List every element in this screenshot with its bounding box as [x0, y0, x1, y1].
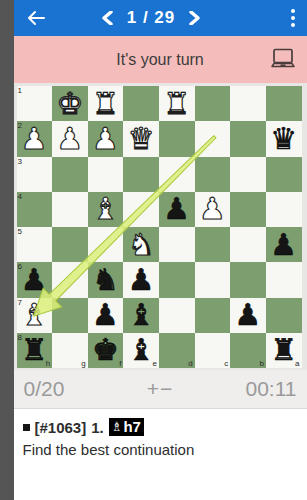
white-queen-e2: ♛ — [123, 121, 159, 156]
square-g2[interactable]: ♟ — [52, 121, 88, 156]
white-rook-d1: ♜ — [159, 86, 195, 121]
square-f4[interactable]: ♝ — [88, 192, 124, 227]
square-g5[interactable] — [52, 227, 88, 262]
square-g6[interactable] — [52, 262, 88, 297]
file-label-g: g — [81, 359, 85, 368]
move-square-text: h7 — [123, 418, 141, 435]
file-label-h: h — [46, 359, 50, 368]
rank-label-3: 3 — [18, 157, 22, 166]
white-rook-f1: ♜ — [88, 86, 124, 121]
square-a1[interactable] — [266, 86, 302, 121]
back-icon[interactable] — [26, 10, 46, 26]
file-label-c: c — [224, 359, 228, 368]
square-a4[interactable] — [266, 192, 302, 227]
white-pawn-g2: ♟ — [52, 121, 88, 156]
puzzle-list-grid-icon[interactable] — [257, 10, 273, 26]
square-e5[interactable]: ♞ — [123, 227, 159, 262]
file-label-e: e — [153, 359, 157, 368]
instruction-text: Find the best continuation — [23, 441, 298, 458]
black-pawn-a5: ♟ — [266, 227, 302, 262]
black-pawn-d4: ♟ — [159, 192, 195, 227]
square-a6[interactable] — [266, 262, 302, 297]
square-f6[interactable]: ♞ — [88, 262, 124, 297]
square-b8[interactable]: b — [230, 333, 266, 368]
square-h1[interactable]: 1 — [17, 86, 53, 121]
square-h7[interactable]: 7♝ — [17, 298, 53, 333]
rank-label-7: 7 — [18, 298, 22, 307]
square-d7[interactable] — [159, 298, 195, 333]
square-a2[interactable]: ♛ — [266, 121, 302, 156]
caption-area: [#1063] 1. ♗ h7 Find the best continuati… — [14, 409, 307, 500]
puzzle-counter: 1 / 29 — [127, 8, 176, 28]
square-c8[interactable]: c — [195, 333, 231, 368]
rank-label-8: 8 — [18, 333, 22, 342]
turn-banner-text: It's your turn — [116, 51, 204, 69]
square-d6[interactable] — [159, 262, 195, 297]
square-e2[interactable]: ♛ — [123, 121, 159, 156]
square-d5[interactable] — [159, 227, 195, 262]
white-pawn-f2: ♟ — [88, 121, 124, 156]
square-c5[interactable] — [195, 227, 231, 262]
square-e3[interactable] — [123, 157, 159, 192]
square-b1[interactable] — [230, 86, 266, 121]
square-d3[interactable] — [159, 157, 195, 192]
square-f8[interactable]: f♚ — [88, 333, 124, 368]
chess-board: 1♚♜♜2♟♟♟♛♛34♝♟♟5♞♟6♟♞♟7♝♟♝♟8h♜gf♚e♝dcba♜ — [17, 86, 302, 368]
overflow-menu-icon[interactable] — [291, 9, 295, 27]
black-pawn-f7: ♟ — [88, 298, 124, 333]
square-b4[interactable] — [230, 192, 266, 227]
prev-puzzle-icon[interactable] — [101, 11, 113, 25]
problem-id: [#1063] — [35, 419, 87, 436]
square-g7[interactable] — [52, 298, 88, 333]
score-label: 0/20 — [24, 377, 65, 401]
square-f2[interactable]: ♟ — [88, 121, 124, 156]
black-pawn-b7: ♟ — [230, 298, 266, 333]
square-d4[interactable]: ♟ — [159, 192, 195, 227]
white-king-g1: ♚ — [52, 86, 88, 121]
square-h5[interactable]: 5 — [17, 227, 53, 262]
square-g8[interactable]: g — [52, 333, 88, 368]
square-a7[interactable] — [266, 298, 302, 333]
timer-label: 00:11 — [246, 377, 297, 401]
move-list-bullet-icon — [23, 424, 30, 431]
square-f5[interactable] — [88, 227, 124, 262]
white-bishop-f4: ♝ — [88, 192, 124, 227]
turn-banner: It's your turn — [14, 36, 307, 83]
square-c6[interactable] — [195, 262, 231, 297]
square-h6[interactable]: 6♟ — [17, 262, 53, 297]
move-number: 1. — [91, 419, 104, 436]
square-h8[interactable]: 8h♜ — [17, 333, 53, 368]
square-d8[interactable]: d — [159, 333, 195, 368]
black-king-f8: ♚ — [88, 333, 124, 368]
square-d1[interactable]: ♜ — [159, 86, 195, 121]
square-e6[interactable]: ♟ — [123, 262, 159, 297]
rank-label-1: 1 — [18, 86, 22, 95]
square-h3[interactable]: 3 — [17, 157, 53, 192]
square-b3[interactable] — [230, 157, 266, 192]
file-label-f: f — [119, 359, 121, 368]
rank-label-6: 6 — [18, 262, 22, 271]
white-knight-e5: ♞ — [123, 227, 159, 262]
square-a5[interactable]: ♟ — [266, 227, 302, 262]
rank-label-2: 2 — [18, 121, 22, 130]
highlighted-move[interactable]: ♗ h7 — [109, 418, 144, 436]
board-area: 1♚♜♜2♟♟♟♛♛34♝♟♟5♞♟6♟♞♟7♝♟♝♟8h♜gf♚e♝dcba♜ — [14, 83, 307, 370]
square-c7[interactable] — [195, 298, 231, 333]
square-e4[interactable] — [123, 192, 159, 227]
square-e8[interactable]: e♝ — [123, 333, 159, 368]
controls-bar: 0/20 +− 00:11 — [14, 370, 307, 409]
bishop-move-icon: ♗ — [111, 419, 123, 434]
square-a3[interactable] — [266, 157, 302, 192]
square-e7[interactable]: ♝ — [123, 298, 159, 333]
square-g3[interactable] — [52, 157, 88, 192]
computer-engine-icon[interactable] — [269, 48, 297, 74]
square-e1[interactable] — [123, 86, 159, 121]
top-bar: 1 / 29 — [14, 0, 307, 36]
square-c1[interactable] — [195, 86, 231, 121]
next-puzzle-icon[interactable] — [189, 11, 201, 25]
square-b2[interactable] — [230, 121, 266, 156]
square-b6[interactable] — [230, 262, 266, 297]
white-pawn-c4: ♟ — [195, 192, 231, 227]
file-label-d: d — [188, 359, 192, 368]
rank-label-4: 4 — [18, 192, 22, 201]
file-label-a: a — [295, 359, 299, 368]
square-d2[interactable] — [159, 121, 195, 156]
black-knight-f6: ♞ — [88, 262, 124, 297]
square-c2[interactable] — [195, 121, 231, 156]
square-f1[interactable]: ♜ — [88, 86, 124, 121]
square-b5[interactable] — [230, 227, 266, 262]
square-f7[interactable]: ♟ — [88, 298, 124, 333]
square-g4[interactable] — [52, 192, 88, 227]
square-b7[interactable]: ♟ — [230, 298, 266, 333]
square-g1[interactable]: ♚ — [52, 86, 88, 121]
app-screen: 1 / 29 It's your turn — [14, 0, 307, 500]
square-h4[interactable]: 4 — [17, 192, 53, 227]
rank-label-5: 5 — [18, 227, 22, 236]
board-resize-control[interactable]: +− — [147, 377, 174, 401]
square-h2[interactable]: 2♟ — [17, 121, 53, 156]
square-c3[interactable] — [195, 157, 231, 192]
file-label-b: b — [259, 359, 263, 368]
square-f3[interactable] — [88, 157, 124, 192]
black-queen-a2: ♛ — [266, 121, 302, 156]
square-a8[interactable]: a♜ — [266, 333, 302, 368]
square-c4[interactable]: ♟ — [195, 192, 231, 227]
black-bishop-e7: ♝ — [123, 298, 159, 333]
black-pawn-e6: ♟ — [123, 262, 159, 297]
